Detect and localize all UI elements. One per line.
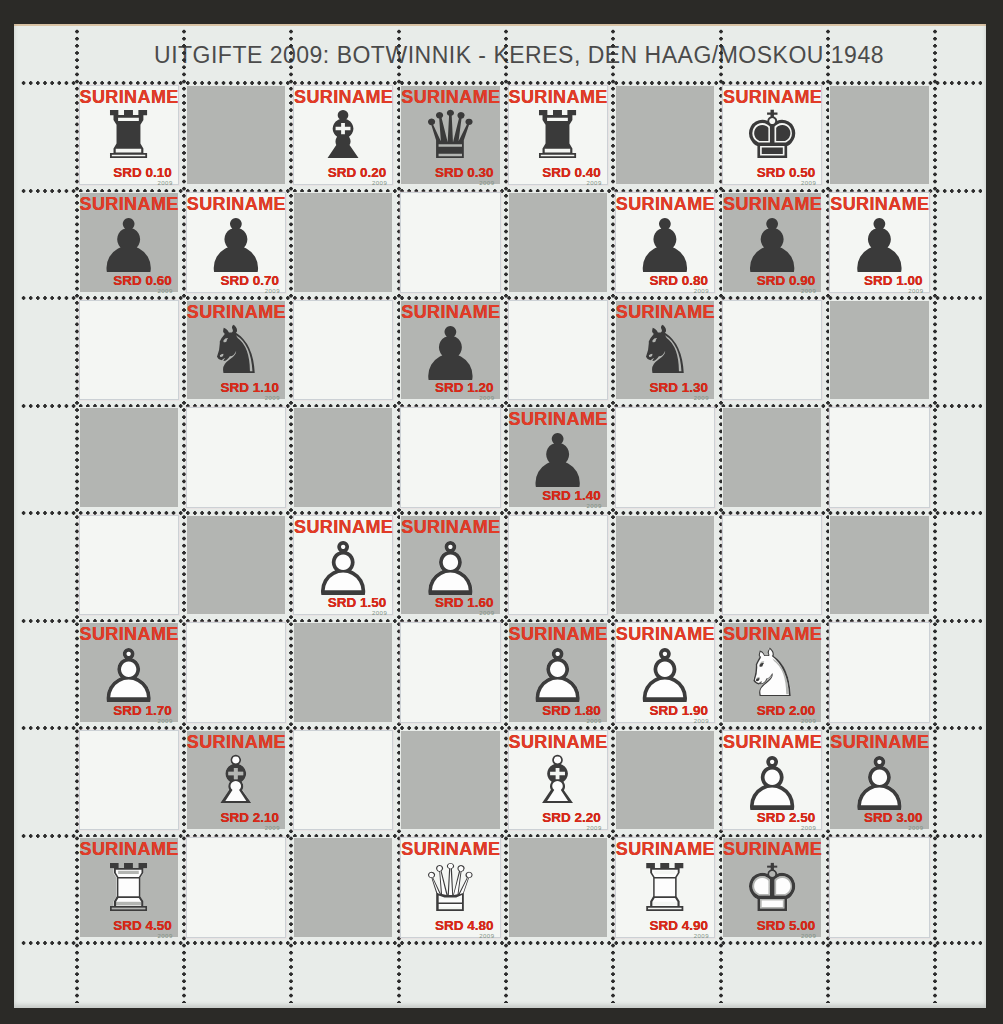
year-microtext: 2009 xyxy=(157,933,172,939)
board-cell-g3: SURINAME♞♘SRD 2.002009 xyxy=(719,619,826,727)
white-pawn-icon: ♟♙ xyxy=(509,639,607,709)
year-microtext: 2009 xyxy=(586,825,601,831)
board-cell-f5 xyxy=(611,404,718,512)
denomination-label: SRD 5.00 xyxy=(757,918,816,933)
stamp-d8: SURINAME♛SRD 0.302009 xyxy=(400,85,500,186)
stamp-b6: SURINAME♞SRD 1.102009 xyxy=(186,300,286,401)
denomination-label: SRD 0.30 xyxy=(435,165,494,180)
year-microtext: 2009 xyxy=(372,180,387,186)
denomination-label: SRD 2.20 xyxy=(542,810,601,825)
year-microtext: 2009 xyxy=(908,288,923,294)
year-microtext: 2009 xyxy=(265,288,280,294)
piece-outline: ♖ xyxy=(99,856,158,922)
black-rook-icon: ♜ xyxy=(509,102,607,172)
year-microtext: 2009 xyxy=(908,825,923,831)
year-microtext: 2009 xyxy=(586,503,601,509)
white-rook-icon: ♜♖ xyxy=(616,854,714,924)
white-king-icon: ♚♔ xyxy=(723,854,821,924)
board-cell-f4 xyxy=(611,511,718,619)
board-cell-h1 xyxy=(826,834,933,942)
stamp-g4 xyxy=(722,515,822,616)
denomination-label: SRD 1.80 xyxy=(542,703,601,718)
chess-board: SURINAME♜SRD 0.102009SURINAME♝SRD 0.2020… xyxy=(75,81,933,941)
denomination-label: SRD 1.90 xyxy=(649,703,708,718)
denomination-label: SRD 1.10 xyxy=(220,380,279,395)
denomination-label: SRD 0.50 xyxy=(757,165,816,180)
board-cell-h5 xyxy=(826,404,933,512)
stamp-g8: SURINAME♚SRD 0.502009 xyxy=(722,85,822,186)
year-microtext: 2009 xyxy=(801,718,816,724)
white-knight-icon: ♞♘ xyxy=(723,639,821,709)
stamp-c6 xyxy=(293,300,393,401)
board-cell-g5 xyxy=(719,404,826,512)
black-rook-icon: ♜ xyxy=(80,102,178,172)
board-cell-b4 xyxy=(182,511,289,619)
board-cell-a5 xyxy=(75,404,182,512)
board-cell-h2: SURINAME♟♙SRD 3.002009 xyxy=(826,726,933,834)
stamp-g3: SURINAME♞♘SRD 2.002009 xyxy=(722,622,822,723)
denomination-label: SRD 0.70 xyxy=(220,273,279,288)
board-cell-c2 xyxy=(290,726,397,834)
board-cell-f1: SURINAME♜♖SRD 4.902009 xyxy=(611,834,718,942)
year-microtext: 2009 xyxy=(694,718,709,724)
black-king-icon: ♚ xyxy=(723,102,821,172)
stamp-b2: SURINAME♝♗SRD 2.102009 xyxy=(186,730,286,831)
denomination-label: SRD 2.50 xyxy=(757,810,816,825)
stamp-h7: SURINAME♟SRD 1.002009 xyxy=(829,192,929,293)
year-microtext: 2009 xyxy=(694,288,709,294)
white-pawn-icon: ♟♙ xyxy=(294,532,392,602)
piece-outline: ♗ xyxy=(206,748,265,814)
board-cell-a4 xyxy=(75,511,182,619)
stamp-b1 xyxy=(186,837,286,938)
stamp-g5 xyxy=(722,407,822,508)
piece-glyph: ♚ xyxy=(743,103,802,169)
stamp-c1 xyxy=(293,837,393,938)
board-cell-g6 xyxy=(719,296,826,404)
stamp-f6: SURINAME♞SRD 1.302009 xyxy=(615,300,715,401)
board-cell-e2: SURINAME♝♗SRD 2.202009 xyxy=(504,726,611,834)
denomination-label: SRD 1.60 xyxy=(435,595,494,610)
stamp-e6 xyxy=(508,300,608,401)
board-cell-a7: SURINAME♟SRD 0.602009 xyxy=(75,189,182,297)
denomination-label: SRD 0.60 xyxy=(113,273,172,288)
denomination-label: SRD 1.70 xyxy=(113,703,172,718)
stamp-d7 xyxy=(400,192,500,293)
stamp-a8: SURINAME♜SRD 0.102009 xyxy=(79,85,179,186)
perforation-column xyxy=(933,28,937,1003)
black-bishop-icon: ♝ xyxy=(294,102,392,172)
stamp-g1: SURINAME♚♔SRD 5.002009 xyxy=(722,837,822,938)
stamp-c5 xyxy=(293,407,393,508)
denomination-label: SRD 0.90 xyxy=(757,273,816,288)
board-cell-e4 xyxy=(504,511,611,619)
year-microtext: 2009 xyxy=(586,718,601,724)
year-microtext: 2009 xyxy=(801,288,816,294)
board-cell-d4: SURINAME♟♙SRD 1.602009 xyxy=(397,511,504,619)
board-cell-h3 xyxy=(826,619,933,727)
denomination-label: SRD 1.00 xyxy=(864,273,923,288)
stamp-a5 xyxy=(79,407,179,508)
board-cell-f3: SURINAME♟♙SRD 1.902009 xyxy=(611,619,718,727)
perforation-row xyxy=(20,941,982,945)
board-cell-a6 xyxy=(75,296,182,404)
denomination-label: SRD 2.00 xyxy=(757,703,816,718)
year-microtext: 2009 xyxy=(479,610,494,616)
denomination-label: SRD 1.20 xyxy=(435,380,494,395)
board-cell-c7 xyxy=(290,189,397,297)
board-cell-b3 xyxy=(182,619,289,727)
board-cell-e5: SURINAME♟SRD 1.402009 xyxy=(504,404,611,512)
board-cell-g2: SURINAME♟♙SRD 2.502009 xyxy=(719,726,826,834)
board-cell-d6: SURINAME♟SRD 1.202009 xyxy=(397,296,504,404)
stamp-a1: SURINAME♜♖SRD 4.502009 xyxy=(79,837,179,938)
stamp-h4 xyxy=(829,515,929,616)
board-cell-h7: SURINAME♟SRD 1.002009 xyxy=(826,189,933,297)
board-cell-e6 xyxy=(504,296,611,404)
board-cell-c6 xyxy=(290,296,397,404)
piece-glyph: ♜ xyxy=(99,103,158,169)
year-microtext: 2009 xyxy=(801,933,816,939)
stamp-g7: SURINAME♟SRD 0.902009 xyxy=(722,192,822,293)
board-cell-e3: SURINAME♟♙SRD 1.802009 xyxy=(504,619,611,727)
board-cell-c3 xyxy=(290,619,397,727)
board-cell-h4 xyxy=(826,511,933,619)
stamp-e5: SURINAME♟SRD 1.402009 xyxy=(508,407,608,508)
year-microtext: 2009 xyxy=(801,825,816,831)
denomination-label: SRD 1.50 xyxy=(328,595,387,610)
piece-glyph: ♞ xyxy=(635,318,694,384)
board-cell-d5 xyxy=(397,404,504,512)
board-cell-b7: SURINAME♟SRD 0.702009 xyxy=(182,189,289,297)
black-pawn-icon: ♟ xyxy=(80,209,178,279)
stamp-d4: SURINAME♟♙SRD 1.602009 xyxy=(400,515,500,616)
year-microtext: 2009 xyxy=(265,395,280,401)
stamp-a4 xyxy=(79,515,179,616)
black-pawn-icon: ♟ xyxy=(830,209,928,279)
year-microtext: 2009 xyxy=(372,610,387,616)
stamp-a2 xyxy=(79,730,179,831)
white-pawn-icon: ♟♙ xyxy=(401,532,499,602)
board-cell-a2 xyxy=(75,726,182,834)
stamp-h3 xyxy=(829,622,929,723)
stamp-h1 xyxy=(829,837,929,938)
board-cell-a1: SURINAME♜♖SRD 4.502009 xyxy=(75,834,182,942)
board-cell-c8: SURINAME♝SRD 0.202009 xyxy=(290,81,397,189)
stamp-h2: SURINAME♟♙SRD 3.002009 xyxy=(829,730,929,831)
stamp-h5 xyxy=(829,407,929,508)
stamp-c2 xyxy=(293,730,393,831)
stamp-e3: SURINAME♟♙SRD 1.802009 xyxy=(508,622,608,723)
stamp-h8 xyxy=(829,85,929,186)
piece-outline: ♖ xyxy=(635,856,694,922)
board-cell-g8: SURINAME♚SRD 0.502009 xyxy=(719,81,826,189)
white-pawn-icon: ♟♙ xyxy=(723,747,821,817)
stamp-c4: SURINAME♟♙SRD 1.502009 xyxy=(293,515,393,616)
board-cell-a3: SURINAME♟♙SRD 1.702009 xyxy=(75,619,182,727)
stamp-d1: SURINAME♛♕SRD 4.802009 xyxy=(400,837,500,938)
piece-outline: ♗ xyxy=(528,748,587,814)
board-cell-h6 xyxy=(826,296,933,404)
board-cell-a8: SURINAME♜SRD 0.102009 xyxy=(75,81,182,189)
denomination-label: SRD 3.00 xyxy=(864,810,923,825)
board-cell-b5 xyxy=(182,404,289,512)
board-cell-c4: SURINAME♟♙SRD 1.502009 xyxy=(290,511,397,619)
piece-outline: ♕ xyxy=(421,856,480,922)
sheet-title: UITGIFTE 2009: BOTWINNIK - KERES, DEN HA… xyxy=(89,42,949,82)
stamp-e8: SURINAME♜SRD 0.402009 xyxy=(508,85,608,186)
stamp-e1 xyxy=(508,837,608,938)
year-microtext: 2009 xyxy=(157,288,172,294)
denomination-label: SRD 2.10 xyxy=(220,810,279,825)
black-pawn-icon: ♟ xyxy=(187,209,285,279)
board-cell-d7 xyxy=(397,189,504,297)
black-knight-icon: ♞ xyxy=(187,317,285,387)
board-cell-g4 xyxy=(719,511,826,619)
black-pawn-icon: ♟ xyxy=(723,209,821,279)
stamp-b7: SURINAME♟SRD 0.702009 xyxy=(186,192,286,293)
stamp-f5 xyxy=(615,407,715,508)
black-pawn-icon: ♟ xyxy=(509,424,607,494)
stamp-d2 xyxy=(400,730,500,831)
year-microtext: 2009 xyxy=(801,180,816,186)
year-microtext: 2009 xyxy=(694,933,709,939)
stamp-d3 xyxy=(400,622,500,723)
stamp-f7: SURINAME♟SRD 0.802009 xyxy=(615,192,715,293)
denomination-label: SRD 0.10 xyxy=(113,165,172,180)
piece-glyph: ♞ xyxy=(206,318,265,384)
stamp-c8: SURINAME♝SRD 0.202009 xyxy=(293,85,393,186)
year-microtext: 2009 xyxy=(479,180,494,186)
stamp-a3: SURINAME♟♙SRD 1.702009 xyxy=(79,622,179,723)
stamp-b8 xyxy=(186,85,286,186)
year-microtext: 2009 xyxy=(157,180,172,186)
stamp-sheet: UITGIFTE 2009: BOTWINNIK - KERES, DEN HA… xyxy=(14,24,986,1008)
white-queen-icon: ♛♕ xyxy=(401,854,499,924)
denomination-label: SRD 1.40 xyxy=(542,488,601,503)
board-cell-b8 xyxy=(182,81,289,189)
year-microtext: 2009 xyxy=(265,825,280,831)
stamp-b3 xyxy=(186,622,286,723)
year-microtext: 2009 xyxy=(479,395,494,401)
board-cell-f6: SURINAME♞SRD 1.302009 xyxy=(611,296,718,404)
board-cell-c1 xyxy=(290,834,397,942)
stamp-a6 xyxy=(79,300,179,401)
denomination-label: SRD 4.90 xyxy=(649,918,708,933)
stamp-e2: SURINAME♝♗SRD 2.202009 xyxy=(508,730,608,831)
denomination-label: SRD 4.80 xyxy=(435,918,494,933)
stamp-c7 xyxy=(293,192,393,293)
year-microtext: 2009 xyxy=(694,395,709,401)
board-cell-g1: SURINAME♚♔SRD 5.002009 xyxy=(719,834,826,942)
white-pawn-icon: ♟♙ xyxy=(830,747,928,817)
denomination-label: SRD 0.80 xyxy=(649,273,708,288)
board-cell-b1 xyxy=(182,834,289,942)
stamp-d6: SURINAME♟SRD 1.202009 xyxy=(400,300,500,401)
stamp-g2: SURINAME♟♙SRD 2.502009 xyxy=(722,730,822,831)
stamp-g6 xyxy=(722,300,822,401)
stamp-f2 xyxy=(615,730,715,831)
stamp-b4 xyxy=(186,515,286,616)
stamp-f1: SURINAME♜♖SRD 4.902009 xyxy=(615,837,715,938)
stamp-h6 xyxy=(829,300,929,401)
white-bishop-icon: ♝♗ xyxy=(187,747,285,817)
stamp-c3 xyxy=(293,622,393,723)
piece-outline: ♘ xyxy=(743,641,802,707)
piece-glyph: ♜ xyxy=(528,103,587,169)
stamp-f3: SURINAME♟♙SRD 1.902009 xyxy=(615,622,715,723)
board-cell-d1: SURINAME♛♕SRD 4.802009 xyxy=(397,834,504,942)
stamp-e7 xyxy=(508,192,608,293)
denomination-label: SRD 4.50 xyxy=(113,918,172,933)
board-cell-f8 xyxy=(611,81,718,189)
board-cell-e8: SURINAME♜SRD 0.402009 xyxy=(504,81,611,189)
board-cell-d2 xyxy=(397,726,504,834)
black-knight-icon: ♞ xyxy=(616,317,714,387)
board-cell-e7 xyxy=(504,189,611,297)
board-cell-d8: SURINAME♛SRD 0.302009 xyxy=(397,81,504,189)
board-cell-c5 xyxy=(290,404,397,512)
white-bishop-icon: ♝♗ xyxy=(509,747,607,817)
black-pawn-icon: ♟ xyxy=(616,209,714,279)
black-queen-icon: ♛ xyxy=(401,102,499,172)
board-cell-f7: SURINAME♟SRD 0.802009 xyxy=(611,189,718,297)
white-rook-icon: ♜♖ xyxy=(80,854,178,924)
denomination-label: SRD 0.20 xyxy=(328,165,387,180)
board-cell-b6: SURINAME♞SRD 1.102009 xyxy=(182,296,289,404)
board-cell-e1 xyxy=(504,834,611,942)
denomination-label: SRD 1.30 xyxy=(649,380,708,395)
stamp-d5 xyxy=(400,407,500,508)
board-cell-h8 xyxy=(826,81,933,189)
year-microtext: 2009 xyxy=(157,718,172,724)
denomination-label: SRD 0.40 xyxy=(542,165,601,180)
board-cell-f2 xyxy=(611,726,718,834)
stamp-f8 xyxy=(615,85,715,186)
board-cell-b2: SURINAME♝♗SRD 2.102009 xyxy=(182,726,289,834)
board-cell-g7: SURINAME♟SRD 0.902009 xyxy=(719,189,826,297)
black-pawn-icon: ♟ xyxy=(401,317,499,387)
stamp-f4 xyxy=(615,515,715,616)
stamp-b5 xyxy=(186,407,286,508)
year-microtext: 2009 xyxy=(586,180,601,186)
stamp-e4 xyxy=(508,515,608,616)
board-cell-d3 xyxy=(397,619,504,727)
piece-glyph: ♛ xyxy=(421,103,480,169)
stamp-a7: SURINAME♟SRD 0.602009 xyxy=(79,192,179,293)
white-pawn-icon: ♟♙ xyxy=(80,639,178,709)
piece-outline: ♔ xyxy=(743,856,802,922)
white-pawn-icon: ♟♙ xyxy=(616,639,714,709)
piece-glyph: ♝ xyxy=(314,103,373,169)
year-microtext: 2009 xyxy=(479,933,494,939)
